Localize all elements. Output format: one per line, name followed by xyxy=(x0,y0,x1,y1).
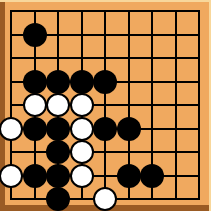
black-stone[interactable] xyxy=(46,70,70,94)
black-stone[interactable] xyxy=(46,164,70,188)
black-stone[interactable] xyxy=(46,187,70,211)
white-stone[interactable] xyxy=(70,164,94,188)
white-stone[interactable] xyxy=(0,117,23,141)
white-stone[interactable] xyxy=(23,93,47,117)
white-stone[interactable] xyxy=(70,93,94,117)
white-stone[interactable] xyxy=(0,164,23,188)
black-stone[interactable] xyxy=(117,164,141,188)
go-board xyxy=(0,0,211,211)
black-stone[interactable] xyxy=(23,23,47,47)
stones-layer xyxy=(0,0,211,211)
white-stone[interactable] xyxy=(93,187,117,211)
black-stone[interactable] xyxy=(117,117,141,141)
black-stone[interactable] xyxy=(23,117,47,141)
black-stone[interactable] xyxy=(46,117,70,141)
black-stone[interactable] xyxy=(23,164,47,188)
white-stone[interactable] xyxy=(70,140,94,164)
black-stone[interactable] xyxy=(23,70,47,94)
black-stone[interactable] xyxy=(140,164,164,188)
white-stone[interactable] xyxy=(46,93,70,117)
black-stone[interactable] xyxy=(46,140,70,164)
white-stone[interactable] xyxy=(70,117,94,141)
black-stone[interactable] xyxy=(93,70,117,94)
black-stone[interactable] xyxy=(93,117,117,141)
black-stone[interactable] xyxy=(70,70,94,94)
